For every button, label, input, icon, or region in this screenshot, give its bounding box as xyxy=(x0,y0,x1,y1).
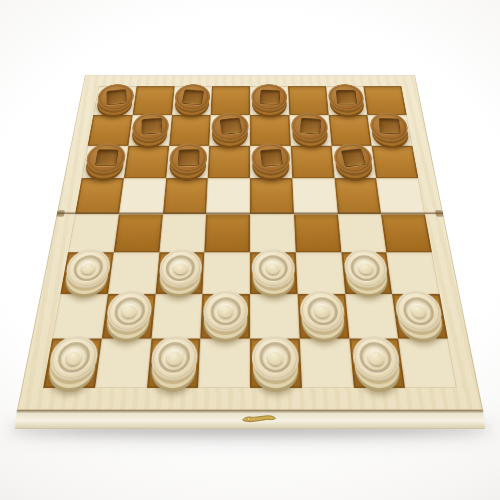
square-r7c3[interactable] xyxy=(151,294,203,339)
square-r4c5[interactable] xyxy=(250,178,294,213)
square-r6c5[interactable] xyxy=(250,252,297,294)
square-socket xyxy=(182,89,205,105)
square-r3c3[interactable] xyxy=(166,145,210,178)
square-r6c8[interactable] xyxy=(386,252,439,294)
square-r6c2[interactable] xyxy=(108,252,159,294)
dark-piece[interactable] xyxy=(252,84,288,110)
light-piece[interactable] xyxy=(252,249,295,287)
square-r4c6[interactable] xyxy=(292,178,337,213)
square-socket xyxy=(299,118,321,135)
square-socket xyxy=(141,118,162,135)
dark-piece[interactable] xyxy=(333,143,374,173)
square-r3c7[interactable] xyxy=(331,145,376,178)
product-photo xyxy=(0,0,500,500)
square-socket xyxy=(260,149,283,167)
dark-piece[interactable] xyxy=(369,113,410,141)
square-socket xyxy=(95,149,119,166)
square-r7c5[interactable] xyxy=(250,294,299,339)
center-knob xyxy=(315,304,330,317)
square-r1c6[interactable] xyxy=(288,86,328,115)
square-r3c1[interactable] xyxy=(82,145,129,178)
square-r1c4[interactable] xyxy=(211,86,250,115)
square-r3c4[interactable] xyxy=(208,145,250,178)
dark-piece[interactable] xyxy=(131,113,171,141)
square-r7c4[interactable] xyxy=(201,294,250,339)
square-r5c2[interactable] xyxy=(114,214,163,252)
center-knob xyxy=(167,350,183,364)
dark-piece[interactable] xyxy=(291,113,329,141)
square-r1c1[interactable] xyxy=(93,86,136,115)
square-r6c3[interactable] xyxy=(155,252,204,294)
square-r8c3[interactable] xyxy=(147,339,201,388)
square-r5c1[interactable] xyxy=(68,214,119,252)
dark-piece[interactable] xyxy=(211,113,248,141)
dark-piece[interactable] xyxy=(174,84,211,110)
square-r6c7[interactable] xyxy=(341,252,392,294)
light-piece[interactable] xyxy=(299,291,346,332)
square-r7c2[interactable] xyxy=(102,294,156,339)
square-r5c3[interactable] xyxy=(159,214,206,252)
square-r7c8[interactable] xyxy=(392,294,448,339)
light-piece[interactable] xyxy=(394,291,445,332)
hinge-seam xyxy=(57,212,444,215)
square-r8c7[interactable] xyxy=(349,339,405,388)
square-r4c1[interactable] xyxy=(75,178,124,213)
square-r6c1[interactable] xyxy=(60,252,113,294)
square-r1c7[interactable] xyxy=(326,86,368,115)
square-r4c4[interactable] xyxy=(206,178,250,213)
square-r8c2[interactable] xyxy=(95,339,151,388)
square-r4c2[interactable] xyxy=(119,178,166,213)
square-socket xyxy=(178,149,200,166)
square-r6c6[interactable] xyxy=(295,252,344,294)
light-piece[interactable] xyxy=(105,291,154,332)
checkers-board xyxy=(17,75,483,410)
square-socket xyxy=(106,89,126,106)
square-socket xyxy=(336,90,357,105)
square-r7c1[interactable] xyxy=(52,294,108,339)
light-piece[interactable] xyxy=(252,336,299,381)
center-knob xyxy=(268,350,283,364)
square-r2c1[interactable] xyxy=(88,115,133,146)
square-r1c2[interactable] xyxy=(132,86,174,115)
square-r2c3[interactable] xyxy=(169,115,211,146)
center-knob xyxy=(358,262,373,274)
square-r8c4[interactable] xyxy=(198,339,250,388)
dark-piece[interactable] xyxy=(327,84,365,110)
square-r2c5[interactable] xyxy=(250,115,291,146)
square-r2c4[interactable] xyxy=(209,115,250,146)
square-r7c7[interactable] xyxy=(345,294,399,339)
square-r4c7[interactable] xyxy=(334,178,381,213)
square-socket xyxy=(341,148,367,167)
square-r8c5[interactable] xyxy=(250,339,302,388)
square-r4c3[interactable] xyxy=(163,178,208,213)
light-piece[interactable] xyxy=(158,249,203,287)
light-piece[interactable] xyxy=(343,249,390,287)
square-socket xyxy=(260,89,280,104)
square-r8c1[interactable] xyxy=(43,339,102,388)
square-r1c8[interactable] xyxy=(364,86,407,115)
brass-clasp-icon xyxy=(241,413,277,425)
square-r8c8[interactable] xyxy=(398,339,457,388)
board-grid xyxy=(43,86,457,388)
hinge-notch-left xyxy=(56,210,65,216)
square-r2c2[interactable] xyxy=(128,115,171,146)
square-r4c8[interactable] xyxy=(376,178,425,213)
light-piece[interactable] xyxy=(47,336,101,381)
center-knob xyxy=(266,262,280,274)
square-r3c2[interactable] xyxy=(124,145,169,178)
square-r5c7[interactable] xyxy=(337,214,386,252)
dark-piece[interactable] xyxy=(252,143,291,173)
center-knob xyxy=(368,350,384,364)
square-r3c5[interactable] xyxy=(250,145,292,178)
square-r5c5[interactable] xyxy=(250,214,295,252)
square-r7c6[interactable] xyxy=(297,294,349,339)
dark-piece[interactable] xyxy=(168,143,208,173)
square-socket xyxy=(220,118,243,136)
light-piece[interactable] xyxy=(63,249,112,287)
square-r6c4[interactable] xyxy=(203,252,250,294)
square-r2c8[interactable] xyxy=(368,115,413,146)
dark-piece[interactable] xyxy=(96,84,135,110)
square-r8c6[interactable] xyxy=(299,339,353,388)
square-r5c6[interactable] xyxy=(294,214,341,252)
dark-piece[interactable] xyxy=(84,143,127,173)
square-r2c7[interactable] xyxy=(328,115,371,146)
square-socket xyxy=(379,118,401,134)
square-r3c6[interactable] xyxy=(291,145,335,178)
light-piece[interactable] xyxy=(351,336,402,381)
square-r1c5[interactable] xyxy=(250,86,289,115)
square-r3c8[interactable] xyxy=(372,145,419,178)
square-r5c8[interactable] xyxy=(381,214,432,252)
light-piece[interactable] xyxy=(203,291,248,332)
square-r1c3[interactable] xyxy=(172,86,212,115)
light-piece[interactable] xyxy=(149,336,198,381)
square-r5c4[interactable] xyxy=(205,214,250,252)
hinge-notch-right xyxy=(435,210,444,216)
square-r2c6[interactable] xyxy=(289,115,331,146)
